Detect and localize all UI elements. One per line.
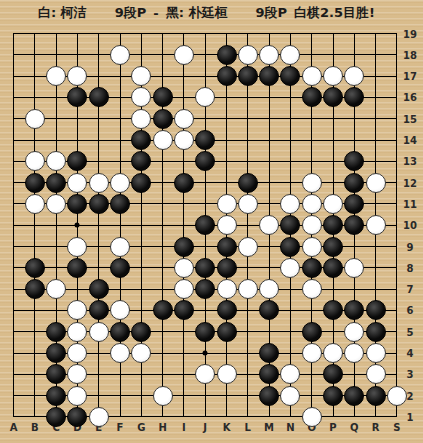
- black-stone: [195, 322, 215, 342]
- white-stone: [174, 45, 194, 65]
- white-stone: [46, 194, 66, 214]
- row-label: 9: [407, 241, 414, 252]
- white-stone: [259, 279, 279, 299]
- black-stone: [110, 322, 130, 342]
- row-label: 10: [403, 220, 417, 231]
- black-stone: [302, 87, 322, 107]
- white-stone: [238, 45, 258, 65]
- black-stone: [153, 300, 173, 320]
- row-label: 13: [403, 156, 417, 167]
- column-label: A: [10, 422, 18, 433]
- column-label: I: [182, 422, 186, 433]
- black-stone: [67, 258, 87, 278]
- white-stone: [323, 343, 343, 363]
- black-stone: [217, 66, 237, 86]
- column-label: K: [223, 422, 231, 433]
- row-label: 14: [403, 135, 417, 146]
- row-label: 2: [407, 390, 414, 401]
- black-stone: [67, 194, 87, 214]
- row-label: 16: [403, 92, 417, 103]
- black-stone: [323, 215, 343, 235]
- white-stone: [110, 300, 130, 320]
- black-stone: [259, 343, 279, 363]
- white-stone: [131, 66, 151, 86]
- white-stone: [387, 386, 407, 406]
- black-stone: [238, 66, 258, 86]
- white-stone: [323, 194, 343, 214]
- black-stone: [153, 109, 173, 129]
- black-stone: [89, 300, 109, 320]
- white-stone: [67, 237, 87, 257]
- row-label: 6: [407, 305, 414, 316]
- row-label: 19: [403, 28, 417, 39]
- white-stone: [110, 237, 130, 257]
- white-stone: [67, 173, 87, 193]
- white-stone: [366, 364, 386, 384]
- white-stone: [67, 364, 87, 384]
- white-stone: [67, 343, 87, 363]
- white-stone: [344, 258, 364, 278]
- white-stone: [25, 194, 45, 214]
- row-label: 4: [407, 348, 414, 359]
- column-label: R: [372, 422, 380, 433]
- white-stone: [174, 279, 194, 299]
- white-stone: [259, 45, 279, 65]
- white-stone: [280, 258, 300, 278]
- white-stone: [67, 322, 87, 342]
- white-stone: [89, 322, 109, 342]
- black-stone: [153, 87, 173, 107]
- black-stone: [302, 258, 322, 278]
- black-stone: [110, 194, 130, 214]
- column-label: F: [117, 422, 124, 433]
- black-stone: [366, 300, 386, 320]
- black-stone: [25, 258, 45, 278]
- black-stone: [323, 364, 343, 384]
- row-label: 3: [407, 369, 414, 380]
- star-point: [203, 351, 208, 356]
- white-stone: [344, 343, 364, 363]
- black-stone: [280, 66, 300, 86]
- black-stone: [89, 87, 109, 107]
- black-stone: [46, 343, 66, 363]
- column-label: S: [393, 422, 400, 433]
- white-stone: [366, 343, 386, 363]
- white-stone: [89, 407, 109, 427]
- white-stone: [174, 109, 194, 129]
- white-stone: [174, 258, 194, 278]
- black-stone: [323, 87, 343, 107]
- black-stone: [344, 215, 364, 235]
- white-stone: [110, 343, 130, 363]
- black-stone: [217, 45, 237, 65]
- black-stone: [89, 279, 109, 299]
- white-stone: [25, 109, 45, 129]
- black-stone: [344, 386, 364, 406]
- black-stone: [238, 173, 258, 193]
- white-stone: [217, 194, 237, 214]
- white-stone: [302, 237, 322, 257]
- column-label: B: [31, 422, 39, 433]
- white-stone: [131, 87, 151, 107]
- black-stone: [280, 215, 300, 235]
- white-stone: [344, 322, 364, 342]
- white-stone: [153, 130, 173, 150]
- white-stone: [344, 66, 364, 86]
- white-stone: [67, 300, 87, 320]
- black-stone: [174, 300, 194, 320]
- black-stone: [323, 237, 343, 257]
- white-stone: [195, 364, 215, 384]
- black-stone: [131, 130, 151, 150]
- black-stone: [46, 322, 66, 342]
- black-stone: [344, 173, 364, 193]
- grid-line-vertical: [247, 33, 248, 417]
- white-stone: [89, 173, 109, 193]
- row-label: 17: [403, 71, 417, 82]
- column-label: Q: [350, 422, 359, 433]
- white-stone: [323, 66, 343, 86]
- black-stone: [131, 322, 151, 342]
- white-stone: [46, 66, 66, 86]
- black-stone: [25, 279, 45, 299]
- black-stone: [195, 130, 215, 150]
- row-label: 5: [407, 326, 414, 337]
- white-stone: [280, 386, 300, 406]
- grid-line-vertical: [396, 33, 397, 417]
- black-stone: [366, 322, 386, 342]
- black-stone: [195, 151, 215, 171]
- white-stone: [366, 173, 386, 193]
- column-label: M: [264, 422, 274, 433]
- row-label: 15: [403, 113, 417, 124]
- black-stone: [46, 173, 66, 193]
- column-label: L: [245, 422, 251, 433]
- row-label: 18: [403, 49, 417, 60]
- white-stone: [67, 386, 87, 406]
- white-stone: [217, 364, 237, 384]
- black-stone: [344, 300, 364, 320]
- black-stone: [67, 87, 87, 107]
- black-stone: [217, 258, 237, 278]
- white-stone: [46, 151, 66, 171]
- white-stone: [259, 215, 279, 235]
- white-stone: [280, 194, 300, 214]
- white-stone: [67, 66, 87, 86]
- white-stone: [153, 386, 173, 406]
- white-stone: [174, 130, 194, 150]
- white-stone: [131, 109, 151, 129]
- column-label: H: [158, 422, 166, 433]
- white-stone: [302, 66, 322, 86]
- row-label: 1: [407, 411, 414, 422]
- column-label: J: [203, 422, 207, 433]
- white-stone: [131, 343, 151, 363]
- column-label: N: [286, 422, 294, 433]
- black-stone: [25, 173, 45, 193]
- black-stone: [67, 407, 87, 427]
- black-stone: [174, 173, 194, 193]
- white-stone: [46, 279, 66, 299]
- black-stone: [323, 300, 343, 320]
- white-stone: [110, 45, 130, 65]
- black-stone: [259, 300, 279, 320]
- white-stone: [302, 343, 322, 363]
- black-stone: [280, 237, 300, 257]
- go-app-window: 白: 柯洁 9段P - 黑: 朴廷桓 9段P 白棋2.5目胜! ABCDEFGH…: [0, 0, 423, 443]
- black-stone: [195, 258, 215, 278]
- black-stone: [131, 173, 151, 193]
- column-label: P: [329, 422, 336, 433]
- star-point: [75, 223, 80, 228]
- black-stone: [217, 322, 237, 342]
- white-stone: [302, 194, 322, 214]
- column-label: G: [137, 422, 145, 433]
- black-stone: [344, 87, 364, 107]
- black-stone: [89, 194, 109, 214]
- white-stone: [238, 194, 258, 214]
- white-stone: [238, 237, 258, 257]
- black-stone: [217, 237, 237, 257]
- white-stone: [280, 45, 300, 65]
- black-stone: [195, 279, 215, 299]
- white-stone: [280, 364, 300, 384]
- black-stone: [323, 386, 343, 406]
- black-stone: [259, 66, 279, 86]
- row-label: 11: [403, 198, 417, 209]
- black-stone: [174, 237, 194, 257]
- black-stone: [46, 364, 66, 384]
- row-label: 7: [407, 284, 414, 295]
- black-stone: [344, 194, 364, 214]
- black-stone: [131, 151, 151, 171]
- black-stone: [344, 151, 364, 171]
- black-stone: [302, 322, 322, 342]
- row-label: 8: [407, 262, 414, 273]
- black-stone: [323, 258, 343, 278]
- black-stone: [217, 300, 237, 320]
- go-board[interactable]: ABCDEFGHIJKLMNOPQRS191817161514131211109…: [0, 0, 423, 443]
- white-stone: [110, 173, 130, 193]
- white-stone: [217, 279, 237, 299]
- black-stone: [46, 386, 66, 406]
- row-label: 12: [403, 177, 417, 188]
- black-stone: [46, 407, 66, 427]
- white-stone: [366, 215, 386, 235]
- white-stone: [195, 87, 215, 107]
- white-stone: [302, 173, 322, 193]
- black-stone: [110, 258, 130, 278]
- white-stone: [302, 279, 322, 299]
- black-stone: [195, 215, 215, 235]
- white-stone: [238, 279, 258, 299]
- black-stone: [67, 151, 87, 171]
- black-stone: [366, 386, 386, 406]
- white-stone: [217, 215, 237, 235]
- white-stone: [302, 407, 322, 427]
- black-stone: [259, 364, 279, 384]
- white-stone: [302, 215, 322, 235]
- white-stone: [25, 151, 45, 171]
- black-stone: [259, 386, 279, 406]
